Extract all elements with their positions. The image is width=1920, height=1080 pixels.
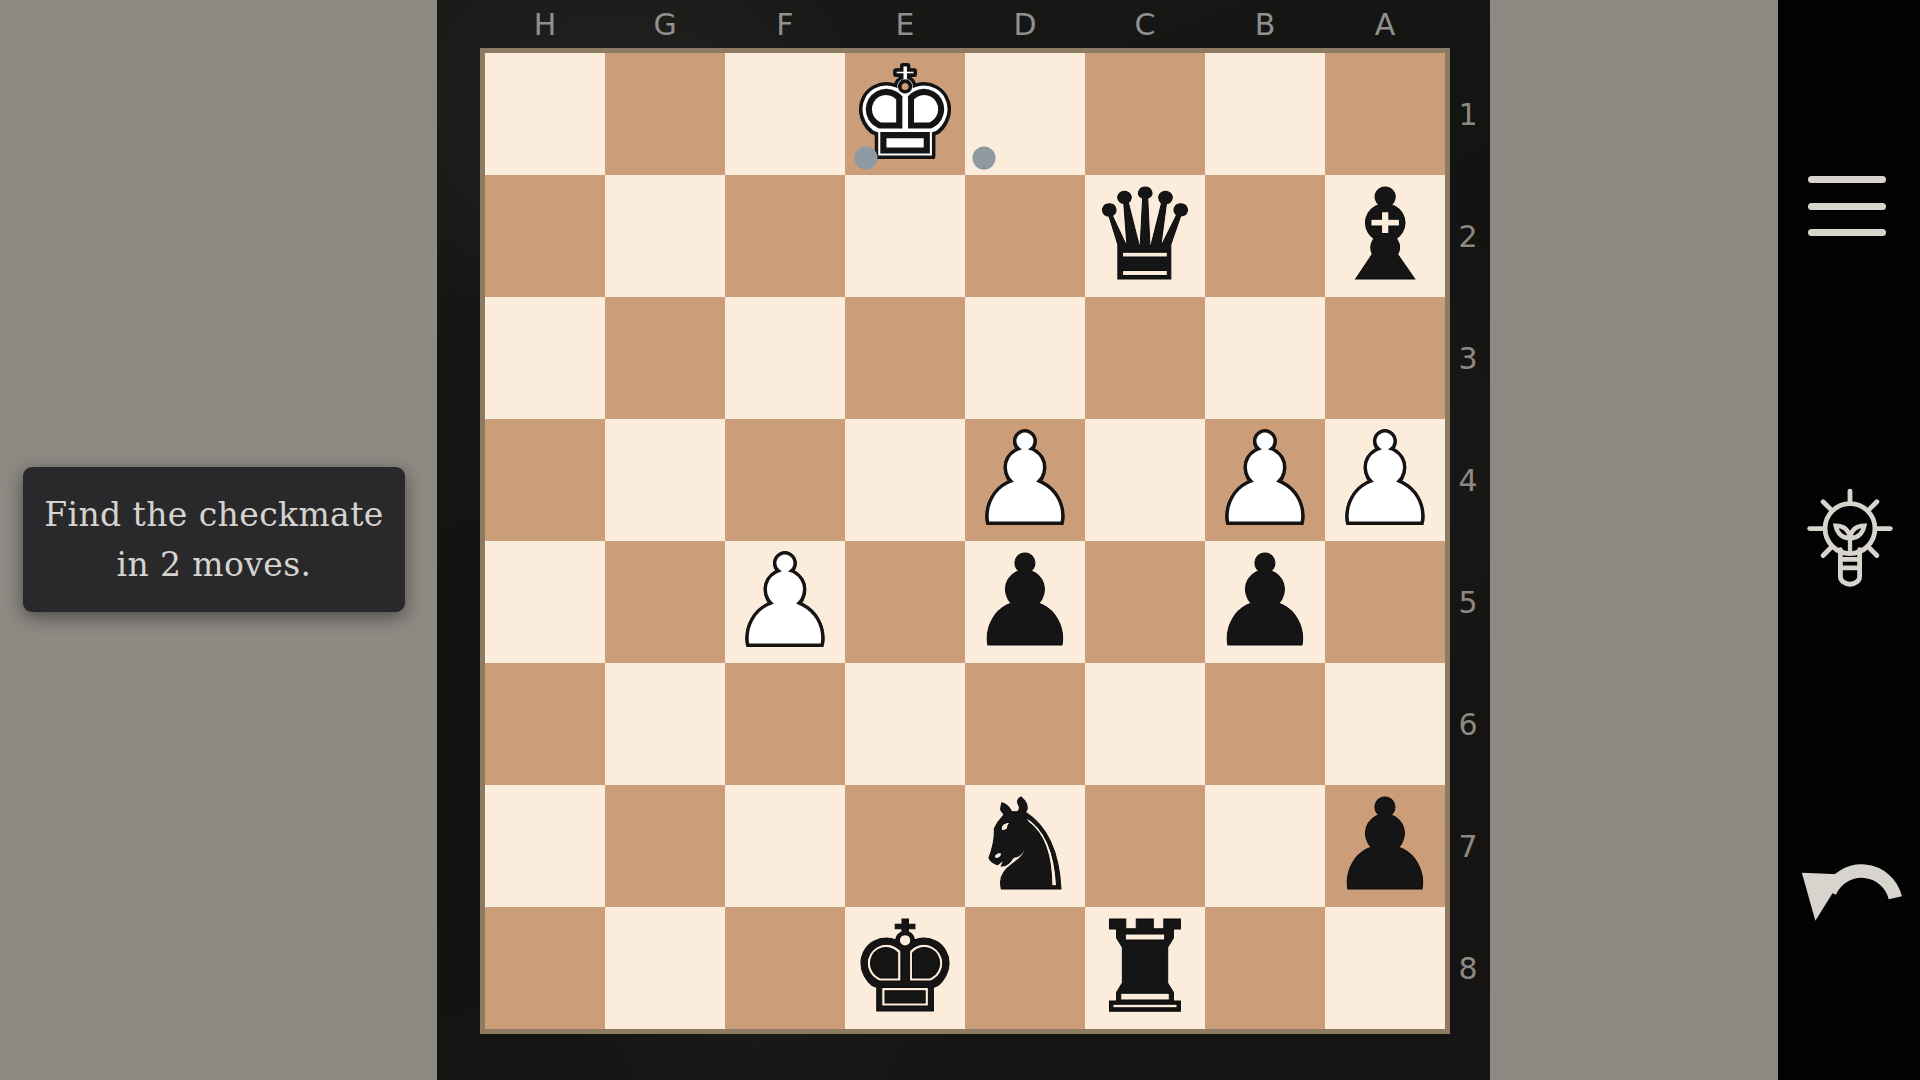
- square-h6[interactable]: [485, 663, 605, 785]
- square-g5[interactable]: [605, 541, 725, 663]
- square-d8[interactable]: [965, 907, 1085, 1029]
- square-c8[interactable]: ♜: [1085, 907, 1205, 1029]
- rank-label-8: 8: [1446, 907, 1490, 1029]
- square-d3[interactable]: [965, 297, 1085, 419]
- file-label-g: G: [605, 0, 725, 48]
- square-h1[interactable]: [485, 53, 605, 175]
- chessboard: ♚♛♝♟♟♟♟♟♟♞♟♚♜: [480, 48, 1450, 1034]
- lightbulb-icon: [1810, 491, 1891, 584]
- square-d6[interactable]: [965, 663, 1085, 785]
- square-g2[interactable]: [605, 175, 725, 297]
- file-label-d: D: [965, 0, 1085, 48]
- square-c6[interactable]: [1085, 663, 1205, 785]
- piece-black-rook[interactable]: ♜: [1085, 907, 1205, 1029]
- square-d7[interactable]: ♞: [965, 785, 1085, 907]
- piece-white-pawn[interactable]: ♟: [1205, 419, 1325, 541]
- menu-icon: [1808, 176, 1886, 183]
- rank-label-5: 5: [1446, 541, 1490, 663]
- square-f6[interactable]: [725, 663, 845, 785]
- square-e3[interactable]: [845, 297, 965, 419]
- piece-black-pawn[interactable]: ♟: [1325, 785, 1445, 907]
- square-c1[interactable]: [1085, 53, 1205, 175]
- square-b8[interactable]: [1205, 907, 1325, 1029]
- menu-icon: [1808, 203, 1886, 210]
- square-a7[interactable]: ♟: [1325, 785, 1445, 907]
- square-e8[interactable]: ♚: [845, 907, 965, 1029]
- square-f7[interactable]: [725, 785, 845, 907]
- move-hint-dot: [855, 147, 878, 170]
- menu-icon: [1808, 229, 1886, 236]
- square-h2[interactable]: [485, 175, 605, 297]
- square-e4[interactable]: [845, 419, 965, 541]
- square-h5[interactable]: [485, 541, 605, 663]
- square-a4[interactable]: ♟: [1325, 419, 1445, 541]
- piece-black-queen[interactable]: ♛: [1085, 175, 1205, 297]
- square-a2[interactable]: ♝: [1325, 175, 1445, 297]
- square-f8[interactable]: [725, 907, 845, 1029]
- piece-white-pawn[interactable]: ♟: [1325, 419, 1445, 541]
- square-a1[interactable]: [1325, 53, 1445, 175]
- puzzle-tooltip-line1: Find the checkmate: [44, 490, 384, 540]
- square-b3[interactable]: [1205, 297, 1325, 419]
- square-e6[interactable]: [845, 663, 965, 785]
- square-a6[interactable]: [1325, 663, 1445, 785]
- square-c5[interactable]: [1085, 541, 1205, 663]
- square-f2[interactable]: [725, 175, 845, 297]
- rank-label-7: 7: [1446, 785, 1490, 907]
- square-b2[interactable]: [1205, 175, 1325, 297]
- square-d2[interactable]: [965, 175, 1085, 297]
- square-e2[interactable]: [845, 175, 965, 297]
- square-e7[interactable]: [845, 785, 965, 907]
- rank-label-1: 1: [1446, 53, 1490, 175]
- piece-black-knight[interactable]: ♞: [965, 785, 1085, 907]
- square-c7[interactable]: [1085, 785, 1205, 907]
- square-a5[interactable]: [1325, 541, 1445, 663]
- rank-label-3: 3: [1446, 297, 1490, 419]
- square-h8[interactable]: [485, 907, 605, 1029]
- file-label-f: F: [725, 0, 845, 48]
- square-g8[interactable]: [605, 907, 725, 1029]
- square-h3[interactable]: [485, 297, 605, 419]
- puzzle-tooltip: Find the checkmate in 2 moves.: [23, 467, 405, 612]
- undo-icon: [1802, 871, 1895, 921]
- square-f4[interactable]: [725, 419, 845, 541]
- hint-button[interactable]: [1802, 486, 1898, 598]
- app-screen: HGFEDCBA 12345678 ♚♛♝♟♟♟♟♟♟♞♟♚♜ Find the…: [0, 0, 1920, 1080]
- square-g1[interactable]: [605, 53, 725, 175]
- file-label-h: H: [485, 0, 605, 48]
- file-label-b: B: [1205, 0, 1325, 48]
- square-h4[interactable]: [485, 419, 605, 541]
- square-h7[interactable]: [485, 785, 605, 907]
- piece-white-pawn[interactable]: ♟: [725, 541, 845, 663]
- file-labels: HGFEDCBA: [485, 0, 1445, 48]
- square-b4[interactable]: ♟: [1205, 419, 1325, 541]
- file-label-c: C: [1085, 0, 1205, 48]
- piece-black-bishop[interactable]: ♝: [1325, 175, 1445, 297]
- square-c3[interactable]: [1085, 297, 1205, 419]
- square-a8[interactable]: [1325, 907, 1445, 1029]
- puzzle-tooltip-line2: in 2 moves.: [117, 540, 312, 590]
- square-e5[interactable]: [845, 541, 965, 663]
- piece-black-pawn[interactable]: ♟: [1205, 541, 1325, 663]
- rank-label-2: 2: [1446, 175, 1490, 297]
- square-f1[interactable]: [725, 53, 845, 175]
- square-f3[interactable]: [725, 297, 845, 419]
- square-b7[interactable]: [1205, 785, 1325, 907]
- square-g3[interactable]: [605, 297, 725, 419]
- square-d5[interactable]: ♟: [965, 541, 1085, 663]
- undo-button[interactable]: [1798, 843, 1904, 937]
- square-g6[interactable]: [605, 663, 725, 785]
- square-b5[interactable]: ♟: [1205, 541, 1325, 663]
- square-g7[interactable]: [605, 785, 725, 907]
- square-f5[interactable]: ♟: [725, 541, 845, 663]
- menu-button[interactable]: [1808, 176, 1888, 236]
- square-b1[interactable]: [1205, 53, 1325, 175]
- square-g4[interactable]: [605, 419, 725, 541]
- square-a3[interactable]: [1325, 297, 1445, 419]
- right-panel: [1778, 0, 1920, 1080]
- piece-black-king[interactable]: ♚: [845, 907, 965, 1029]
- file-label-a: A: [1325, 0, 1445, 48]
- rank-labels: 12345678: [1446, 53, 1490, 1029]
- square-d4[interactable]: ♟: [965, 419, 1085, 541]
- move-hint-dot: [973, 147, 996, 170]
- piece-white-pawn[interactable]: ♟: [965, 419, 1085, 541]
- square-b6[interactable]: [1205, 663, 1325, 785]
- rank-label-6: 6: [1446, 663, 1490, 785]
- square-c2[interactable]: ♛: [1085, 175, 1205, 297]
- square-c4[interactable]: [1085, 419, 1205, 541]
- rank-label-4: 4: [1446, 419, 1490, 541]
- piece-black-pawn[interactable]: ♟: [965, 541, 1085, 663]
